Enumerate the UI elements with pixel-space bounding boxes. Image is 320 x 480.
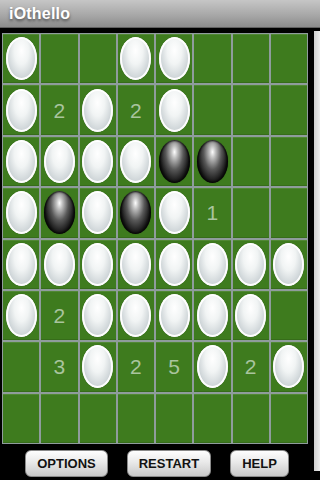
move-hint: 2 xyxy=(54,100,66,121)
move-hint: 2 xyxy=(130,100,142,121)
black-disc xyxy=(159,140,190,183)
white-disc xyxy=(6,294,37,337)
cell-r2c8[interactable] xyxy=(271,85,307,134)
move-hint: 5 xyxy=(168,356,180,377)
white-disc xyxy=(273,345,304,388)
white-disc xyxy=(120,294,151,337)
cell-r1c1[interactable] xyxy=(3,34,39,83)
cell-r7c1[interactable] xyxy=(3,342,39,391)
move-hint: 2 xyxy=(130,356,142,377)
cell-r5c3[interactable] xyxy=(80,240,116,289)
cell-r5c4[interactable] xyxy=(118,240,154,289)
cell-r8c4[interactable] xyxy=(118,394,154,443)
white-disc xyxy=(120,37,151,80)
white-disc xyxy=(197,294,228,337)
cell-r2c7[interactable] xyxy=(233,85,269,134)
white-disc xyxy=(44,140,75,183)
cell-r7c5[interactable]: 5 xyxy=(156,342,192,391)
white-disc xyxy=(6,191,37,234)
cell-r6c4[interactable] xyxy=(118,291,154,340)
cell-r6c1[interactable] xyxy=(3,291,39,340)
cell-r6c6[interactable] xyxy=(194,291,230,340)
cell-r3c4[interactable] xyxy=(118,137,154,186)
cell-r8c3[interactable] xyxy=(80,394,116,443)
cell-r1c5[interactable] xyxy=(156,34,192,83)
cell-r4c2[interactable] xyxy=(41,188,77,237)
cell-r3c1[interactable] xyxy=(3,137,39,186)
button-bar: OPTIONS RESTART HELP xyxy=(0,448,314,478)
cell-r8c2[interactable] xyxy=(41,394,77,443)
cell-r6c2[interactable]: 2 xyxy=(41,291,77,340)
othello-board: 22123252 xyxy=(2,33,308,444)
cell-r3c2[interactable] xyxy=(41,137,77,186)
cell-r1c7[interactable] xyxy=(233,34,269,83)
cell-r6c7[interactable] xyxy=(233,291,269,340)
title-bar: iOthello xyxy=(0,0,320,28)
white-disc xyxy=(235,243,266,286)
cell-r1c3[interactable] xyxy=(80,34,116,83)
cell-r7c4[interactable]: 2 xyxy=(118,342,154,391)
white-disc xyxy=(82,294,113,337)
black-disc xyxy=(44,191,75,234)
cell-r4c7[interactable] xyxy=(233,188,269,237)
cell-r5c2[interactable] xyxy=(41,240,77,289)
cell-r3c3[interactable] xyxy=(80,137,116,186)
cell-r8c5[interactable] xyxy=(156,394,192,443)
white-disc xyxy=(159,294,190,337)
cell-r2c4[interactable]: 2 xyxy=(118,85,154,134)
restart-button[interactable]: RESTART xyxy=(127,450,211,477)
white-disc xyxy=(120,140,151,183)
cell-r6c5[interactable] xyxy=(156,291,192,340)
cell-r1c2[interactable] xyxy=(41,34,77,83)
cell-r5c1[interactable] xyxy=(3,240,39,289)
cell-r5c8[interactable] xyxy=(271,240,307,289)
cell-r4c1[interactable] xyxy=(3,188,39,237)
cell-r4c8[interactable] xyxy=(271,188,307,237)
cell-r2c6[interactable] xyxy=(194,85,230,134)
cell-r2c2[interactable]: 2 xyxy=(41,85,77,134)
options-button[interactable]: OPTIONS xyxy=(25,450,108,477)
move-hint: 2 xyxy=(245,356,257,377)
white-disc xyxy=(6,140,37,183)
help-button[interactable]: HELP xyxy=(230,450,289,477)
cell-r7c3[interactable] xyxy=(80,342,116,391)
white-disc xyxy=(6,243,37,286)
white-disc xyxy=(82,89,113,132)
cell-r4c5[interactable] xyxy=(156,188,192,237)
cell-r8c1[interactable] xyxy=(3,394,39,443)
cell-r4c6[interactable]: 1 xyxy=(194,188,230,237)
app-title: iOthello xyxy=(9,5,70,23)
white-disc xyxy=(82,140,113,183)
cell-r6c3[interactable] xyxy=(80,291,116,340)
white-disc xyxy=(159,243,190,286)
white-disc xyxy=(159,191,190,234)
cell-r1c8[interactable] xyxy=(271,34,307,83)
white-disc xyxy=(159,37,190,80)
white-disc xyxy=(44,243,75,286)
white-disc xyxy=(82,243,113,286)
cell-r2c5[interactable] xyxy=(156,85,192,134)
black-disc xyxy=(120,191,151,234)
move-hint: 1 xyxy=(207,202,219,223)
cell-r8c6[interactable] xyxy=(194,394,230,443)
white-disc xyxy=(197,345,228,388)
white-disc xyxy=(6,37,37,80)
cell-r4c4[interactable] xyxy=(118,188,154,237)
cell-r8c8[interactable] xyxy=(271,394,307,443)
white-disc xyxy=(197,243,228,286)
white-disc xyxy=(159,89,190,132)
cell-r3c7[interactable] xyxy=(233,137,269,186)
cell-r7c7[interactable]: 2 xyxy=(233,342,269,391)
cell-r2c1[interactable] xyxy=(3,85,39,134)
cell-r2c3[interactable] xyxy=(80,85,116,134)
white-disc xyxy=(120,243,151,286)
white-disc xyxy=(82,345,113,388)
cell-r6c8[interactable] xyxy=(271,291,307,340)
cell-r8c7[interactable] xyxy=(233,394,269,443)
white-disc xyxy=(235,294,266,337)
cell-r5c7[interactable] xyxy=(233,240,269,289)
cell-r4c3[interactable] xyxy=(80,188,116,237)
cell-r7c2[interactable]: 3 xyxy=(41,342,77,391)
cell-r1c6[interactable] xyxy=(194,34,230,83)
cell-r3c8[interactable] xyxy=(271,137,307,186)
cell-r1c4[interactable] xyxy=(118,34,154,83)
black-disc xyxy=(197,140,228,183)
move-hint: 3 xyxy=(54,356,66,377)
cell-r7c8[interactable] xyxy=(271,342,307,391)
white-disc xyxy=(82,191,113,234)
cell-r3c6[interactable] xyxy=(194,137,230,186)
cell-r5c6[interactable] xyxy=(194,240,230,289)
scrollbar[interactable] xyxy=(314,31,320,471)
cell-r3c5[interactable] xyxy=(156,137,192,186)
cell-r5c5[interactable] xyxy=(156,240,192,289)
iothello-app-screen: iOthello 22123252 OPTIONS RESTART HELP xyxy=(0,0,320,480)
white-disc xyxy=(273,243,304,286)
move-hint: 2 xyxy=(54,305,66,326)
cell-r7c6[interactable] xyxy=(194,342,230,391)
white-disc xyxy=(6,89,37,132)
